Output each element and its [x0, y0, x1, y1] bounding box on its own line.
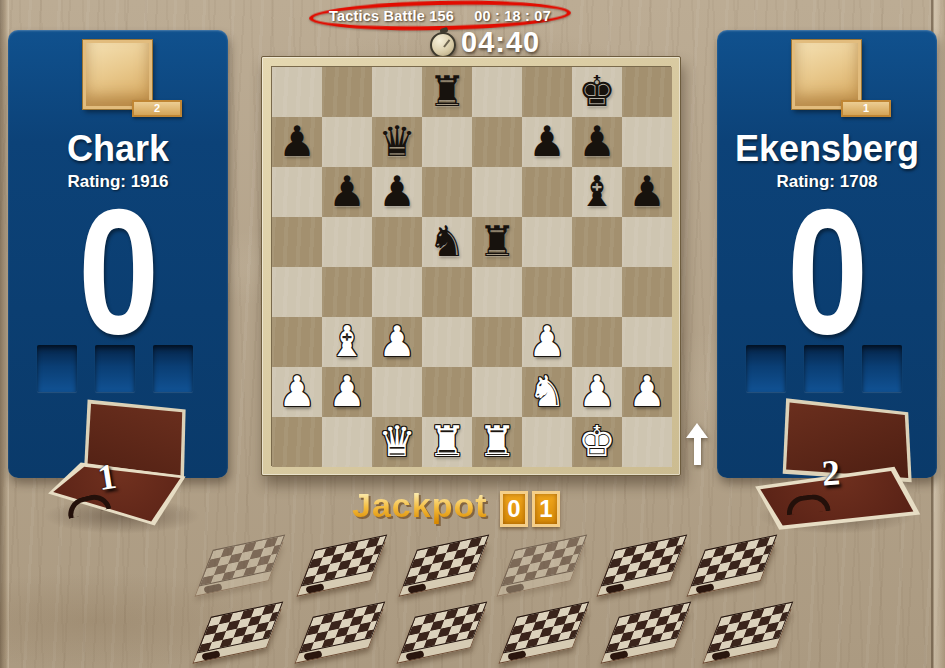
black-queen[interactable]: ♛ [372, 117, 422, 167]
stopwatch-icon [430, 32, 456, 58]
chess-set-case [400, 610, 486, 664]
square-h3[interactable] [622, 317, 672, 367]
square-d7[interactable] [422, 117, 472, 167]
streak-slot [153, 345, 193, 392]
chess-set-case [690, 543, 776, 597]
square-c3[interactable]: ♟ [372, 317, 422, 367]
square-b8[interactable] [322, 67, 372, 117]
square-a3[interactable] [272, 317, 322, 367]
square-e2[interactable] [472, 367, 522, 417]
square-d1[interactable]: ♜ [422, 417, 472, 467]
square-f2[interactable]: ♞ [522, 367, 572, 417]
white-bishop[interactable]: ♝ [322, 317, 372, 367]
chess-set-case [600, 543, 686, 597]
black-pawn[interactable]: ♟ [322, 167, 372, 217]
square-e1[interactable]: ♜ [472, 417, 522, 467]
square-c5[interactable] [372, 217, 422, 267]
square-h5[interactable] [622, 217, 672, 267]
square-e3[interactable] [472, 317, 522, 367]
square-g6[interactable]: ♝ [572, 167, 622, 217]
square-f1[interactable] [522, 417, 572, 467]
square-f8[interactable] [522, 67, 572, 117]
square-c7[interactable]: ♛ [372, 117, 422, 167]
square-b4[interactable] [322, 267, 372, 317]
square-a6[interactable] [272, 167, 322, 217]
white-king[interactable]: ♚ [572, 417, 622, 467]
white-pawn[interactable]: ♟ [372, 317, 422, 367]
square-c8[interactable] [372, 67, 422, 117]
open-briefcase-left: 1 [36, 394, 208, 534]
avatar [83, 40, 152, 109]
square-e4[interactable] [472, 267, 522, 317]
black-pawn[interactable]: ♟ [272, 117, 322, 167]
chess-set-case [300, 543, 386, 597]
chess-set-case [706, 610, 792, 664]
square-c6[interactable]: ♟ [372, 167, 422, 217]
square-b5[interactable] [322, 217, 372, 267]
player-score: 0 [8, 182, 228, 362]
avatar [792, 40, 861, 109]
event-title: Tactics Battle 156 [329, 8, 454, 24]
streak-slot [95, 345, 135, 392]
streak-slot [804, 345, 844, 392]
white-rook[interactable]: ♜ [472, 417, 522, 467]
chess-board[interactable]: ♜♚♟♛♟♟♟♟♝♟♞♜♝♟♟♟♟♞♟♟♛♜♜♚ [271, 66, 671, 466]
streak-slot [746, 345, 786, 392]
square-e8[interactable] [472, 67, 522, 117]
square-h8[interactable] [622, 67, 672, 117]
white-knight[interactable]: ♞ [522, 367, 572, 417]
square-g3[interactable] [572, 317, 622, 367]
chess-set-case [298, 610, 384, 664]
square-a4[interactable] [272, 267, 322, 317]
player-name: Ekensberg [717, 128, 937, 170]
black-rook[interactable]: ♜ [422, 67, 472, 117]
square-a5[interactable] [272, 217, 322, 267]
chess-set-case [500, 543, 586, 597]
move-timer: 04:40 [461, 26, 540, 59]
square-g2[interactable]: ♟ [572, 367, 622, 417]
avatar-badge: 2 [132, 100, 182, 117]
square-h6[interactable]: ♟ [622, 167, 672, 217]
square-b1[interactable] [322, 417, 372, 467]
square-d5[interactable]: ♞ [422, 217, 472, 267]
square-g1[interactable]: ♚ [572, 417, 622, 467]
arrow-head [686, 423, 708, 438]
square-f7[interactable]: ♟ [522, 117, 572, 167]
square-b6[interactable]: ♟ [322, 167, 372, 217]
square-f3[interactable]: ♟ [522, 317, 572, 367]
square-c2[interactable] [372, 367, 422, 417]
black-knight[interactable]: ♞ [422, 217, 472, 267]
square-d8[interactable]: ♜ [422, 67, 472, 117]
chess-set-case [198, 543, 284, 597]
square-c1[interactable]: ♛ [372, 417, 422, 467]
player-score: 0 [717, 182, 937, 362]
jackpot-digit-2: 1 [532, 491, 560, 527]
square-h2[interactable]: ♟ [622, 367, 672, 417]
briefcase-number: 2 [821, 451, 842, 494]
chess-board-frame: ♜♚♟♛♟♟♟♟♝♟♞♜♝♟♟♟♟♞♟♟♛♜♜♚ [261, 56, 681, 476]
square-g7[interactable]: ♟ [572, 117, 622, 167]
square-c4[interactable] [372, 267, 422, 317]
player-name: Chark [8, 128, 228, 170]
black-pawn[interactable]: ♟ [622, 167, 672, 217]
black-king[interactable]: ♚ [572, 67, 622, 117]
arrow-stem [694, 438, 701, 465]
square-e5[interactable]: ♜ [472, 217, 522, 267]
square-f6[interactable] [522, 167, 572, 217]
white-pawn[interactable]: ♟ [522, 317, 572, 367]
black-rook[interactable]: ♜ [472, 217, 522, 267]
square-h4[interactable] [622, 267, 672, 317]
streak-slot [862, 345, 902, 392]
square-f4[interactable] [522, 267, 572, 317]
white-pawn[interactable]: ♟ [322, 367, 372, 417]
chess-set-case [604, 610, 690, 664]
square-d4[interactable] [422, 267, 472, 317]
square-d3[interactable] [422, 317, 472, 367]
chess-set-case [502, 610, 588, 664]
turn-arrow-up-icon [686, 423, 708, 467]
square-a7[interactable]: ♟ [272, 117, 322, 167]
white-rook[interactable]: ♜ [422, 417, 472, 467]
square-g5[interactable] [572, 217, 622, 267]
chess-set-case [402, 543, 488, 597]
square-h1[interactable] [622, 417, 672, 467]
square-f5[interactable] [522, 217, 572, 267]
game-stage: Tactics Battle 156 00 : 18 : 07 04:40 2 … [0, 0, 945, 668]
jackpot-label: Jackpot [352, 486, 488, 525]
square-d2[interactable] [422, 367, 472, 417]
black-pawn[interactable]: ♟ [372, 167, 422, 217]
square-a1[interactable] [272, 417, 322, 467]
black-bishop[interactable]: ♝ [572, 167, 622, 217]
avatar-badge: 1 [841, 100, 891, 117]
square-g4[interactable] [572, 267, 622, 317]
square-b2[interactable]: ♟ [322, 367, 372, 417]
jackpot-digit-1: 0 [500, 491, 528, 527]
open-briefcase-right: 2 [750, 394, 922, 534]
square-e7[interactable] [472, 117, 522, 167]
square-b7[interactable] [322, 117, 372, 167]
square-g8[interactable]: ♚ [572, 67, 622, 117]
white-queen[interactable]: ♛ [372, 417, 422, 467]
streak-slot [37, 345, 77, 392]
chess-set-case [196, 610, 282, 664]
square-a8[interactable] [272, 67, 322, 117]
square-h7[interactable] [622, 117, 672, 167]
square-e6[interactable] [472, 167, 522, 217]
white-pawn[interactable]: ♟ [272, 367, 322, 417]
square-d6[interactable] [422, 167, 472, 217]
event-timer: 00 : 18 : 07 [474, 8, 551, 24]
white-pawn[interactable]: ♟ [622, 367, 672, 417]
square-b3[interactable]: ♝ [322, 317, 372, 367]
white-pawn[interactable]: ♟ [572, 367, 622, 417]
black-pawn[interactable]: ♟ [572, 117, 622, 167]
black-pawn[interactable]: ♟ [522, 117, 572, 167]
square-a2[interactable]: ♟ [272, 367, 322, 417]
event-banner: Tactics Battle 156 00 : 18 : 07 [300, 8, 580, 24]
